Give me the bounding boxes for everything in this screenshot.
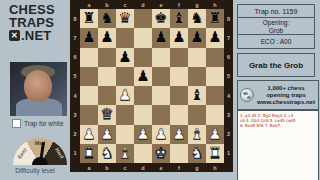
square-e8[interactable]: ♚ — [152, 9, 170, 28]
square-e1[interactable]: ♚ — [152, 144, 170, 163]
rank-labels-right: 87654321 — [224, 9, 233, 163]
square-c5[interactable] — [116, 67, 134, 86]
coord-label: 4 — [70, 86, 80, 105]
square-f8[interactable]: ♝ — [170, 9, 188, 28]
piece-white-king[interactable]: ♚ — [154, 146, 167, 161]
square-f2[interactable]: ♟ — [170, 125, 188, 144]
coord-label: 2 — [70, 125, 80, 144]
square-g3[interactable] — [188, 105, 206, 124]
piece-black-pawn[interactable]: ♟ — [136, 69, 149, 84]
eco-box: ECO : A00 — [237, 34, 315, 49]
square-g4[interactable]: ♝ — [188, 86, 206, 105]
coord-label: 8 — [70, 9, 80, 28]
piece-white-pawn[interactable]: ♟ — [172, 127, 185, 142]
coord-label: 6 — [70, 48, 80, 67]
square-e4[interactable] — [152, 86, 170, 105]
promo-line2: opening traps — [256, 92, 316, 99]
piece-white-pawn[interactable]: ♟ — [154, 127, 167, 142]
coord-label: h — [206, 0, 224, 9]
coord-label: 7 — [224, 28, 233, 47]
coord-label: 3 — [224, 105, 233, 124]
piece-black-knight[interactable]: ♞ — [100, 11, 113, 26]
square-c7[interactable] — [116, 28, 134, 47]
logo-suffix: .NET — [21, 29, 51, 42]
piece-black-bishop[interactable]: ♝ — [190, 88, 203, 103]
difficulty-gauge: Easy Med Hard — [13, 138, 67, 165]
piece-white-pawn[interactable]: ♟ — [100, 127, 113, 142]
piece-black-pawn[interactable]: ♟ — [118, 50, 131, 65]
square-b4[interactable] — [98, 86, 116, 105]
square-e2[interactable]: ♟ — [152, 125, 170, 144]
square-c3[interactable] — [116, 105, 134, 124]
square-a6[interactable] — [80, 48, 98, 67]
trap-for-white-label: Trap for white — [24, 120, 64, 127]
move-list: 1. g4 d5 2. Bg2 Bxg4 3. c4 c6 4. Qb3 Qc8… — [237, 110, 319, 180]
square-g5[interactable] — [188, 67, 206, 86]
globe-icon — [240, 88, 254, 102]
opening-label: Opening: — [238, 19, 314, 27]
square-e3[interactable] — [152, 105, 170, 124]
coord-label: 7 — [70, 28, 80, 47]
file-labels-top: abcdefgh — [80, 0, 224, 9]
piece-white-knight[interactable]: ♞ — [190, 146, 203, 161]
coord-label: 6 — [224, 48, 233, 67]
piece-black-pawn[interactable]: ♟ — [172, 30, 185, 45]
photo-face — [24, 70, 52, 102]
chess-board-frame: abcdefgh 87654321 ♜♞♛♚♝♞♜♟♟♟♟♟♟♟♟♟♝♛♟♟♟♟… — [70, 0, 233, 172]
piece-white-pawn[interactable]: ♟ — [82, 127, 95, 142]
promo-box: 1,000+ chess opening traps www.chesstrap… — [237, 80, 319, 110]
piece-white-bishop[interactable]: ♝ — [118, 146, 131, 161]
square-a3[interactable] — [80, 105, 98, 124]
square-d5[interactable]: ♟ — [134, 67, 152, 86]
square-a2[interactable]: ♟ — [80, 125, 98, 144]
square-g7[interactable]: ♟ — [188, 28, 206, 47]
square-a5[interactable] — [80, 67, 98, 86]
square-d7[interactable] — [134, 28, 152, 47]
piece-black-pawn[interactable]: ♟ — [154, 30, 167, 45]
coord-label: b — [98, 0, 116, 9]
square-e6[interactable] — [152, 48, 170, 67]
piece-white-knight[interactable]: ♞ — [100, 146, 113, 161]
move-line: 6. Bxd5 Nf6 7. Bxb7 — [240, 123, 316, 128]
square-h3[interactable] — [206, 105, 224, 124]
rank-labels-left: 87654321 — [70, 9, 80, 163]
square-a4[interactable] — [80, 86, 98, 105]
coord-label: d — [134, 163, 152, 172]
chess-board: ♜♞♛♚♝♞♜♟♟♟♟♟♟♟♟♟♝♛♟♟♟♟♟♝♟♜♞♝♚♞♜ — [80, 9, 224, 163]
piece-black-pawn[interactable]: ♟ — [82, 30, 95, 45]
square-b2[interactable]: ♟ — [98, 125, 116, 144]
square-b8[interactable]: ♞ — [98, 9, 116, 28]
info-panel: Trap no. 1159 Opening: Grob ECO : A00 Gr… — [233, 0, 320, 180]
square-b5[interactable] — [98, 67, 116, 86]
square-f4[interactable] — [170, 86, 188, 105]
square-g8[interactable]: ♞ — [188, 9, 206, 28]
square-c6[interactable]: ♟ — [116, 48, 134, 67]
coord-label: f — [170, 163, 188, 172]
piece-white-pawn[interactable]: ♟ — [118, 88, 131, 103]
piece-black-queen[interactable]: ♛ — [118, 11, 131, 26]
square-c8[interactable]: ♛ — [116, 9, 134, 28]
coord-label: 1 — [224, 144, 233, 163]
square-f6[interactable] — [170, 48, 188, 67]
square-h8[interactable]: ♜ — [206, 9, 224, 28]
coord-label: c — [116, 163, 134, 172]
coord-label: c — [116, 0, 134, 9]
piece-white-rook[interactable]: ♜ — [208, 146, 221, 161]
piece-black-pawn[interactable]: ♟ — [208, 30, 221, 45]
piece-black-pawn[interactable]: ♟ — [100, 30, 113, 45]
piece-black-bishop[interactable]: ♝ — [172, 11, 185, 26]
piece-white-pawn[interactable]: ♟ — [136, 127, 149, 142]
square-f3[interactable] — [170, 105, 188, 124]
promo-line1: 1,000+ chess — [256, 85, 316, 92]
x-square-icon: ✕ — [9, 30, 20, 41]
square-h6[interactable] — [206, 48, 224, 67]
square-a8[interactable]: ♜ — [80, 9, 98, 28]
coord-label: 5 — [70, 67, 80, 86]
square-f7[interactable]: ♟ — [170, 28, 188, 47]
square-c4[interactable]: ♟ — [116, 86, 134, 105]
square-h7[interactable]: ♟ — [206, 28, 224, 47]
square-b1[interactable]: ♞ — [98, 144, 116, 163]
square-a1[interactable]: ♜ — [80, 144, 98, 163]
square-f1[interactable] — [170, 144, 188, 163]
piece-black-knight[interactable]: ♞ — [190, 11, 203, 26]
coord-label: f — [170, 0, 188, 9]
coord-label: 5 — [224, 67, 233, 86]
square-b3[interactable]: ♛ — [98, 105, 116, 124]
piece-black-king[interactable]: ♚ — [154, 11, 167, 26]
coord-label: e — [152, 0, 170, 9]
difficulty-caption: Difficulty level — [0, 167, 70, 174]
coord-label: b — [98, 163, 116, 172]
coord-label: e — [152, 163, 170, 172]
square-b7[interactable]: ♟ — [98, 28, 116, 47]
coord-label: 4 — [224, 86, 233, 105]
piece-black-rook[interactable]: ♜ — [82, 11, 95, 26]
square-b6[interactable] — [98, 48, 116, 67]
trap-for-white-row: Trap for white — [12, 119, 64, 128]
square-g2[interactable]: ♝ — [188, 125, 206, 144]
piece-white-pawn[interactable]: ♟ — [208, 127, 221, 142]
square-d2[interactable]: ♟ — [134, 125, 152, 144]
coord-label: 2 — [224, 125, 233, 144]
coord-label: a — [80, 163, 98, 172]
square-d6[interactable] — [134, 48, 152, 67]
square-e5[interactable] — [152, 67, 170, 86]
square-h4[interactable] — [206, 86, 224, 105]
coord-label: 8 — [224, 9, 233, 28]
square-d8[interactable] — [134, 9, 152, 28]
coord-label: 3 — [70, 105, 80, 124]
square-c1[interactable]: ♝ — [116, 144, 134, 163]
coord-label: g — [188, 163, 206, 172]
site-logo: CHESS TRAPS ✕ .NET — [9, 3, 55, 42]
square-e7[interactable]: ♟ — [152, 28, 170, 47]
coord-label: h — [206, 163, 224, 172]
square-h1[interactable]: ♜ — [206, 144, 224, 163]
coord-label: g — [188, 0, 206, 9]
square-c2[interactable] — [116, 125, 134, 144]
square-d3[interactable] — [134, 105, 152, 124]
piece-white-rook[interactable]: ♜ — [82, 146, 95, 161]
square-a7[interactable]: ♟ — [80, 28, 98, 47]
square-g1[interactable]: ♞ — [188, 144, 206, 163]
sidebar: CHESS TRAPS ✕ .NET Trap for white Easy M… — [0, 0, 70, 180]
square-d1[interactable] — [134, 144, 152, 163]
square-f5[interactable] — [170, 67, 188, 86]
video-frame: CHESS TRAPS ✕ .NET Trap for white Easy M… — [0, 0, 320, 180]
piece-black-rook[interactable]: ♜ — [208, 11, 221, 26]
piece-black-pawn[interactable]: ♟ — [190, 30, 203, 45]
piece-white-bishop[interactable]: ♝ — [190, 127, 203, 142]
file-labels-bottom: abcdefgh — [80, 163, 224, 172]
trap-title-box: Grab the Grob — [237, 53, 315, 77]
piece-white-queen[interactable]: ♛ — [100, 107, 113, 122]
promo-url[interactable]: www.chesstraps.net — [256, 99, 316, 106]
square-h2[interactable]: ♟ — [206, 125, 224, 144]
square-h5[interactable] — [206, 67, 224, 86]
presenter-photo — [10, 62, 67, 116]
trap-for-white-checkbox[interactable] — [12, 119, 21, 128]
square-g6[interactable] — [188, 48, 206, 67]
square-d4[interactable] — [134, 86, 152, 105]
coord-label: d — [134, 0, 152, 9]
coord-label: 1 — [70, 144, 80, 163]
coord-label: a — [80, 0, 98, 9]
